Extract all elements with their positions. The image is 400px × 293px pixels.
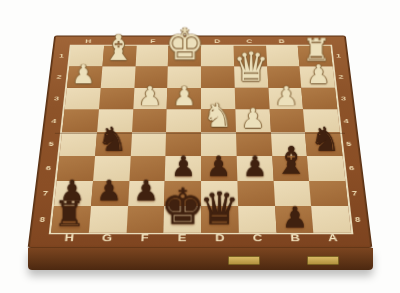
photo-stage: HGFEDCBA HGFEDCBA 12345678 12345678 ♝♚♜♟… (0, 0, 400, 293)
square-c6[interactable]: ♟ (236, 156, 273, 181)
piece-wP-a2[interactable]: ♟ (306, 61, 329, 87)
square-f8[interactable] (126, 206, 164, 233)
piece-bP-d6[interactable]: ♟ (206, 152, 231, 180)
square-e6[interactable]: ♟ (165, 156, 201, 181)
square-f7[interactable]: ♟ (128, 181, 165, 207)
chess-board: HGFEDCBA HGFEDCBA 12345678 12345678 ♝♚♜♟… (28, 35, 373, 248)
piece-wP-c4[interactable]: ♟ (241, 105, 265, 132)
square-g5[interactable]: ♞ (95, 132, 132, 156)
piece-wP-b3[interactable]: ♟ (274, 82, 298, 108)
piece-bK-e8[interactable]: ♚ (160, 182, 204, 232)
piece-wP-f3[interactable]: ♟ (138, 82, 162, 108)
square-b6[interactable]: ♝ (272, 156, 309, 181)
file-label-bottom-g: G (87, 231, 126, 246)
file-label-bottom-c: C (239, 231, 277, 246)
file-label-bottom-e: E (163, 231, 201, 246)
board-frame: HGFEDCBA HGFEDCBA 12345678 12345678 ♝♚♜♟… (28, 35, 373, 248)
square-g8[interactable] (89, 206, 128, 233)
file-labels-bottom: HGFEDCBA (50, 231, 353, 246)
square-a3[interactable] (301, 88, 337, 110)
piece-wB-g1[interactable]: ♝ (103, 31, 134, 66)
square-e8[interactable]: ♚ (164, 206, 201, 233)
square-c2[interactable]: ♛ (234, 66, 268, 87)
square-d8[interactable]: ♛ (201, 206, 239, 233)
file-label-top-b: B (265, 37, 298, 46)
square-b1[interactable] (266, 46, 300, 66)
rank-label-left-1: 1 (51, 46, 71, 66)
square-d4[interactable]: ♞ (201, 110, 236, 133)
piece-bN-g5[interactable]: ♞ (98, 122, 128, 156)
file-label-top-f: F (136, 37, 169, 46)
square-f5[interactable] (130, 132, 166, 156)
piece-bB-b6[interactable]: ♝ (274, 141, 308, 179)
square-h5[interactable] (59, 132, 96, 156)
board-grid: ♝♚♜♟♛♟♟♟♟♞♟♞♞♟♟♟♝♟♟♟♜♚♛♟ (51, 46, 351, 233)
file-label-top-d: D (201, 37, 233, 46)
square-d1[interactable] (201, 46, 234, 66)
square-h3[interactable] (65, 88, 101, 110)
square-b3[interactable]: ♟ (268, 88, 303, 110)
file-label-bottom-d: D (201, 231, 239, 246)
file-label-top-h: H (72, 37, 105, 46)
file-label-bottom-b: B (276, 231, 315, 246)
piece-wK-e1[interactable]: ♚ (165, 22, 204, 66)
square-f4[interactable] (132, 110, 167, 133)
square-a6[interactable] (307, 156, 345, 181)
square-c4[interactable]: ♟ (235, 110, 270, 133)
square-d2[interactable] (201, 66, 235, 87)
square-h8[interactable]: ♜ (51, 206, 91, 233)
square-a7[interactable] (309, 181, 348, 207)
rank-label-left-3: 3 (46, 88, 67, 110)
square-h4[interactable] (62, 110, 99, 133)
square-c7[interactable] (237, 181, 274, 207)
hinge-left (228, 256, 260, 265)
piece-wQ-c2[interactable]: ♛ (233, 46, 269, 86)
piece-bR-h8[interactable]: ♜ (54, 196, 86, 232)
square-a8[interactable] (311, 206, 351, 233)
square-e1[interactable]: ♚ (168, 46, 201, 66)
square-b8[interactable]: ♟ (275, 206, 314, 233)
piece-wN-d4[interactable]: ♞ (204, 99, 234, 132)
file-label-bottom-h: H (50, 231, 89, 246)
piece-bP-c6[interactable]: ♟ (243, 152, 268, 180)
square-g1[interactable]: ♝ (102, 46, 136, 66)
hinge-right (307, 256, 339, 265)
square-h2[interactable]: ♟ (67, 66, 102, 87)
square-c8[interactable] (238, 206, 276, 233)
piece-wP-e3[interactable]: ♟ (172, 82, 196, 108)
square-a5[interactable]: ♞ (305, 132, 342, 156)
piece-bN-a5[interactable]: ♞ (310, 122, 340, 156)
board-front-edge (28, 248, 373, 270)
piece-bP-e6[interactable]: ♟ (170, 152, 195, 180)
piece-bQ-d8[interactable]: ♛ (200, 187, 241, 232)
square-g2[interactable] (100, 66, 135, 87)
square-a2[interactable]: ♟ (300, 66, 335, 87)
piece-bP-b8[interactable]: ♟ (282, 203, 308, 232)
file-label-bottom-f: F (125, 231, 163, 246)
piece-wP-h2[interactable]: ♟ (72, 61, 95, 87)
square-b4[interactable] (269, 110, 305, 133)
rank-label-left-2: 2 (49, 66, 70, 87)
square-e3[interactable]: ♟ (167, 88, 201, 110)
piece-bP-f7[interactable]: ♟ (133, 177, 159, 206)
piece-bP-g7[interactable]: ♟ (96, 177, 122, 206)
file-label-bottom-a: A (313, 231, 352, 246)
square-f3[interactable]: ♟ (133, 88, 168, 110)
square-g7[interactable]: ♟ (91, 181, 129, 207)
square-e4[interactable] (166, 110, 201, 133)
square-f1[interactable] (135, 46, 168, 66)
square-g3[interactable] (99, 88, 134, 110)
square-d6[interactable]: ♟ (201, 156, 237, 181)
